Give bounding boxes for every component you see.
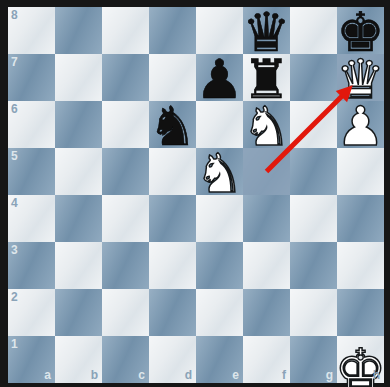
square-h4[interactable] xyxy=(337,195,384,242)
square-f7[interactable]: ♜ xyxy=(243,54,290,101)
square-h8[interactable]: ♚ xyxy=(337,7,384,54)
square-d6[interactable]: ♞ xyxy=(149,101,196,148)
board-frame: 8♛♚7♟♜♛6♞♞♟5♞4321abcdefgh♚ xyxy=(0,0,390,387)
square-c8[interactable] xyxy=(102,7,149,54)
square-e8[interactable] xyxy=(196,7,243,54)
square-a2[interactable]: 2 xyxy=(8,289,55,336)
square-c2[interactable] xyxy=(102,289,149,336)
square-c3[interactable] xyxy=(102,242,149,289)
square-g1[interactable]: g xyxy=(290,336,337,383)
square-f4[interactable] xyxy=(243,195,290,242)
square-h1[interactable]: h♚ xyxy=(337,336,384,383)
square-a1[interactable]: 1a xyxy=(8,336,55,383)
square-b7[interactable] xyxy=(55,54,102,101)
square-d1[interactable]: d xyxy=(149,336,196,383)
square-b1[interactable]: b xyxy=(55,336,102,383)
square-g6[interactable] xyxy=(290,101,337,148)
piece-white-knight[interactable]: ♞ xyxy=(243,103,290,150)
coord-file-a: a xyxy=(44,369,51,381)
square-c6[interactable] xyxy=(102,101,149,148)
coord-file-f: f xyxy=(282,369,286,381)
square-h2[interactable] xyxy=(337,289,384,336)
square-g5[interactable] xyxy=(290,148,337,195)
square-a6[interactable]: 6 xyxy=(8,101,55,148)
square-e5[interactable]: ♞ xyxy=(196,148,243,195)
coord-file-e: e xyxy=(232,369,239,381)
square-g4[interactable] xyxy=(290,195,337,242)
piece-white-knight[interactable]: ♞ xyxy=(196,150,243,197)
square-c1[interactable]: c xyxy=(102,336,149,383)
square-h3[interactable] xyxy=(337,242,384,289)
square-e3[interactable] xyxy=(196,242,243,289)
coord-rank-1: 1 xyxy=(11,338,18,350)
piece-white-king[interactable]: ♚ xyxy=(337,346,384,387)
coord-rank-4: 4 xyxy=(11,197,18,209)
piece-black-knight[interactable]: ♞ xyxy=(149,103,196,150)
coord-rank-6: 6 xyxy=(11,103,18,115)
coord-file-c: c xyxy=(138,369,145,381)
piece-white-pawn[interactable]: ♟ xyxy=(337,103,384,150)
square-f1[interactable]: f xyxy=(243,336,290,383)
square-a5[interactable]: 5 xyxy=(8,148,55,195)
square-c5[interactable] xyxy=(102,148,149,195)
square-b3[interactable] xyxy=(55,242,102,289)
square-f8[interactable]: ♛ xyxy=(243,7,290,54)
square-g8[interactable] xyxy=(290,7,337,54)
square-f3[interactable] xyxy=(243,242,290,289)
square-b2[interactable] xyxy=(55,289,102,336)
square-d4[interactable] xyxy=(149,195,196,242)
square-g7[interactable] xyxy=(290,54,337,101)
square-e2[interactable] xyxy=(196,289,243,336)
square-a4[interactable]: 4 xyxy=(8,195,55,242)
piece-black-pawn[interactable]: ♟ xyxy=(196,56,243,103)
square-d3[interactable] xyxy=(149,242,196,289)
square-d7[interactable] xyxy=(149,54,196,101)
coord-rank-8: 8 xyxy=(11,9,18,21)
square-h7[interactable]: ♛ xyxy=(337,54,384,101)
square-g3[interactable] xyxy=(290,242,337,289)
coord-rank-3: 3 xyxy=(11,244,18,256)
square-d2[interactable] xyxy=(149,289,196,336)
coord-rank-2: 2 xyxy=(11,291,18,303)
square-a7[interactable]: 7 xyxy=(8,54,55,101)
square-b5[interactable] xyxy=(55,148,102,195)
square-f2[interactable] xyxy=(243,289,290,336)
square-h6[interactable]: ♟ xyxy=(337,101,384,148)
chess-board: 8♛♚7♟♜♛6♞♞♟5♞4321abcdefgh♚ xyxy=(8,7,384,383)
square-a3[interactable]: 3 xyxy=(8,242,55,289)
square-b6[interactable] xyxy=(55,101,102,148)
square-a8[interactable]: 8 xyxy=(8,7,55,54)
square-e7[interactable]: ♟ xyxy=(196,54,243,101)
square-c7[interactable] xyxy=(102,54,149,101)
square-b4[interactable] xyxy=(55,195,102,242)
coord-file-b: b xyxy=(91,369,98,381)
coord-file-g: g xyxy=(326,369,333,381)
square-e1[interactable]: e xyxy=(196,336,243,383)
square-g2[interactable] xyxy=(290,289,337,336)
square-b8[interactable] xyxy=(55,7,102,54)
coord-rank-7: 7 xyxy=(11,56,18,68)
square-f6[interactable]: ♞ xyxy=(243,101,290,148)
coord-file-d: d xyxy=(185,369,192,381)
coord-rank-5: 5 xyxy=(11,150,18,162)
square-c4[interactable] xyxy=(102,195,149,242)
square-d8[interactable] xyxy=(149,7,196,54)
